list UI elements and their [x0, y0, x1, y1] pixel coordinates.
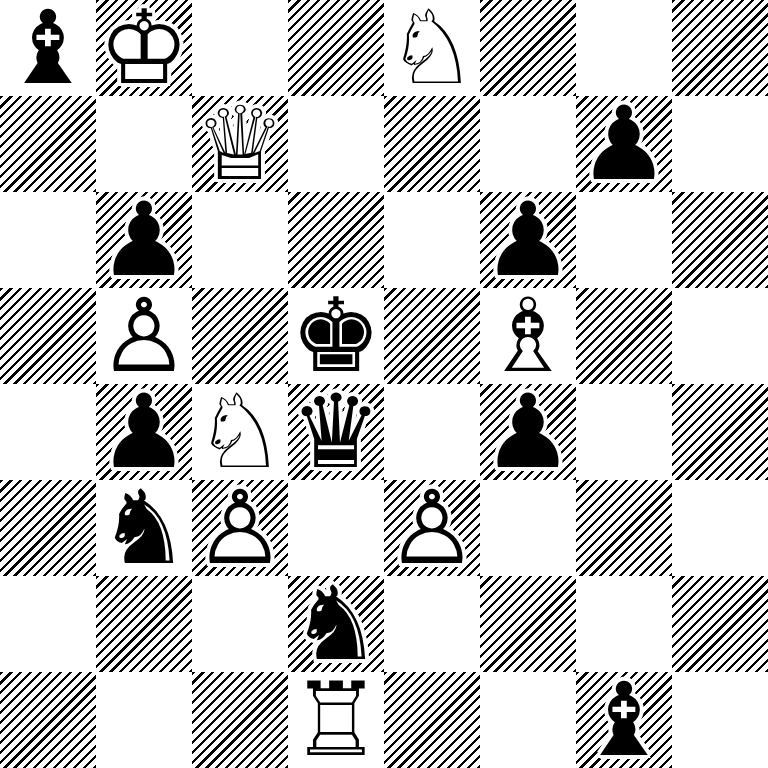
black-pawn-piece[interactable]: ♟♟ [480, 384, 576, 480]
square-h4[interactable] [672, 384, 768, 480]
black-knight-piece[interactable]: ♞♞ [96, 480, 192, 576]
black-knight-glyph: ♞ [96, 480, 192, 576]
black-knight-glyph: ♞ [288, 576, 384, 672]
square-h3[interactable] [672, 480, 768, 576]
black-knight-piece[interactable]: ♞♞ [288, 576, 384, 672]
square-e5[interactable] [384, 288, 480, 384]
square-f6[interactable]: ♟♟ [480, 192, 576, 288]
white-king-glyph: ♔ [96, 0, 192, 96]
square-g5[interactable] [576, 288, 672, 384]
square-d7[interactable] [288, 96, 384, 192]
square-b7[interactable] [96, 96, 192, 192]
black-pawn-piece[interactable]: ♟♟ [96, 384, 192, 480]
white-king-piece[interactable]: ♚♔ [96, 0, 192, 96]
square-a5[interactable] [0, 288, 96, 384]
square-g6[interactable] [576, 192, 672, 288]
white-pawn-piece[interactable]: ♟♙ [384, 480, 480, 576]
black-pawn-glyph: ♟ [576, 96, 672, 192]
square-d5[interactable]: ♚♚ [288, 288, 384, 384]
square-f3[interactable] [480, 480, 576, 576]
black-pawn-glyph: ♟ [480, 192, 576, 288]
square-c2[interactable] [192, 576, 288, 672]
square-f8[interactable] [480, 0, 576, 96]
square-e4[interactable] [384, 384, 480, 480]
square-f2[interactable] [480, 576, 576, 672]
square-c1[interactable] [192, 672, 288, 768]
square-g4[interactable] [576, 384, 672, 480]
square-d2[interactable]: ♞♞ [288, 576, 384, 672]
white-pawn-glyph: ♙ [192, 480, 288, 576]
square-c5[interactable] [192, 288, 288, 384]
square-h8[interactable] [672, 0, 768, 96]
square-c8[interactable] [192, 0, 288, 96]
black-bishop-glyph: ♝ [576, 672, 672, 768]
white-knight-piece[interactable]: ♞♘ [192, 384, 288, 480]
square-g7[interactable]: ♟♟ [576, 96, 672, 192]
black-queen-piece[interactable]: ♛♛ [288, 384, 384, 480]
black-pawn-glyph: ♟ [96, 192, 192, 288]
square-a6[interactable] [0, 192, 96, 288]
white-knight-glyph: ♘ [192, 384, 288, 480]
square-h2[interactable] [672, 576, 768, 672]
square-b6[interactable]: ♟♟ [96, 192, 192, 288]
square-h1[interactable] [672, 672, 768, 768]
black-queen-glyph: ♛ [288, 384, 384, 480]
white-rook-piece[interactable]: ♜♖ [288, 672, 384, 768]
square-b1[interactable] [96, 672, 192, 768]
square-f1[interactable] [480, 672, 576, 768]
white-pawn-piece[interactable]: ♟♙ [96, 288, 192, 384]
white-rook-glyph: ♖ [288, 672, 384, 768]
square-c4[interactable]: ♞♘ [192, 384, 288, 480]
square-f7[interactable] [480, 96, 576, 192]
white-knight-glyph: ♘ [384, 0, 480, 96]
square-b5[interactable]: ♟♙ [96, 288, 192, 384]
square-g1[interactable]: ♝♝ [576, 672, 672, 768]
white-knight-piece[interactable]: ♞♘ [384, 0, 480, 96]
square-c7[interactable]: ♛♕ [192, 96, 288, 192]
square-c6[interactable] [192, 192, 288, 288]
square-d1[interactable]: ♜♖ [288, 672, 384, 768]
white-pawn-glyph: ♙ [384, 480, 480, 576]
square-e2[interactable] [384, 576, 480, 672]
square-c3[interactable]: ♟♙ [192, 480, 288, 576]
black-pawn-piece[interactable]: ♟♟ [96, 192, 192, 288]
white-pawn-piece[interactable]: ♟♙ [192, 480, 288, 576]
square-d8[interactable] [288, 0, 384, 96]
chessboard: ♝♝♚♔♞♘♛♕♟♟♟♟♟♟♟♙♚♚♝♗♟♟♞♘♛♛♟♟♞♞♟♙♟♙♞♞♜♖♝♝ [0, 0, 768, 768]
square-b8[interactable]: ♚♔ [96, 0, 192, 96]
square-b3[interactable]: ♞♞ [96, 480, 192, 576]
square-g3[interactable] [576, 480, 672, 576]
square-h6[interactable] [672, 192, 768, 288]
square-g8[interactable] [576, 0, 672, 96]
square-d3[interactable] [288, 480, 384, 576]
white-bishop-glyph: ♗ [480, 288, 576, 384]
square-a2[interactable] [0, 576, 96, 672]
black-king-piece[interactable]: ♚♚ [288, 288, 384, 384]
square-h7[interactable] [672, 96, 768, 192]
square-a4[interactable] [0, 384, 96, 480]
square-e8[interactable]: ♞♘ [384, 0, 480, 96]
black-pawn-glyph: ♟ [480, 384, 576, 480]
black-king-glyph: ♚ [288, 288, 384, 384]
square-d6[interactable] [288, 192, 384, 288]
square-e1[interactable] [384, 672, 480, 768]
square-h5[interactable] [672, 288, 768, 384]
square-e7[interactable] [384, 96, 480, 192]
black-pawn-piece[interactable]: ♟♟ [576, 96, 672, 192]
chess-diagram: ♝♝♚♔♞♘♛♕♟♟♟♟♟♟♟♙♚♚♝♗♟♟♞♘♛♛♟♟♞♞♟♙♟♙♞♞♜♖♝♝ [0, 0, 768, 768]
black-bishop-piece[interactable]: ♝♝ [0, 0, 96, 96]
square-a8[interactable]: ♝♝ [0, 0, 96, 96]
black-pawn-glyph: ♟ [96, 384, 192, 480]
black-bishop-piece[interactable]: ♝♝ [576, 672, 672, 768]
white-queen-glyph: ♕ [192, 96, 288, 192]
square-d4[interactable]: ♛♛ [288, 384, 384, 480]
white-bishop-piece[interactable]: ♝♗ [480, 288, 576, 384]
square-b4[interactable]: ♟♟ [96, 384, 192, 480]
square-b2[interactable] [96, 576, 192, 672]
square-a1[interactable] [0, 672, 96, 768]
square-e3[interactable]: ♟♙ [384, 480, 480, 576]
square-f4[interactable]: ♟♟ [480, 384, 576, 480]
square-a7[interactable] [0, 96, 96, 192]
white-queen-piece[interactable]: ♛♕ [192, 96, 288, 192]
square-f5[interactable]: ♝♗ [480, 288, 576, 384]
square-a3[interactable] [0, 480, 96, 576]
black-bishop-glyph: ♝ [0, 0, 96, 96]
white-pawn-glyph: ♙ [96, 288, 192, 384]
square-g2[interactable] [576, 576, 672, 672]
square-e6[interactable] [384, 192, 480, 288]
black-pawn-piece[interactable]: ♟♟ [480, 192, 576, 288]
